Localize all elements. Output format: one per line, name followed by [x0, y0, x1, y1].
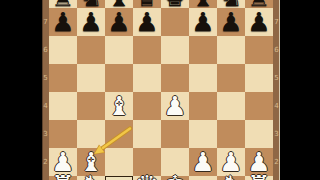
square-e6[interactable]	[161, 36, 189, 64]
square-b4[interactable]	[77, 92, 105, 120]
white-queen-d1[interactable]: ♛	[133, 171, 161, 180]
square-d6[interactable]	[133, 36, 161, 64]
square-e3[interactable]	[161, 120, 189, 148]
square-c2[interactable]	[105, 148, 133, 176]
square-f3[interactable]	[189, 120, 217, 148]
square-f7[interactable]: ♟	[189, 8, 217, 36]
rank-label-6: 6	[42, 36, 49, 64]
white-bishop-c4[interactable]: ♝	[105, 92, 133, 120]
square-h7[interactable]: ♟	[245, 8, 273, 36]
square-b3[interactable]	[77, 120, 105, 148]
square-c4[interactable]: ♝	[105, 92, 133, 120]
letterbox-left	[0, 0, 42, 180]
black-pawn-c7[interactable]: ♟	[105, 8, 133, 36]
rank-label-7: 7	[42, 8, 49, 36]
rank-label-4: 4	[42, 92, 49, 120]
square-h3[interactable]	[245, 120, 273, 148]
square-e5[interactable]	[161, 64, 189, 92]
rank-label-5: 5	[42, 64, 49, 92]
square-h4[interactable]	[245, 92, 273, 120]
square-d4[interactable]	[133, 92, 161, 120]
black-pawn-f7[interactable]: ♟	[189, 8, 217, 36]
square-e7[interactable]	[161, 8, 189, 36]
black-pawn-a7[interactable]: ♟	[49, 8, 77, 36]
square-d3[interactable]	[133, 120, 161, 148]
square-a5[interactable]	[49, 64, 77, 92]
square-f4[interactable]	[189, 92, 217, 120]
white-rook-h1[interactable]: ♜	[245, 171, 273, 180]
square-c7[interactable]: ♟	[105, 8, 133, 36]
square-c5[interactable]	[105, 64, 133, 92]
board-squares: ♜♞♝♛♚♝♞♜♟♟♟♟♟♟♟♝♟♟♝♟♟♟♜♞♛♚♞♜	[49, 0, 273, 180]
board-edge-line	[279, 0, 280, 180]
square-a6[interactable]	[49, 36, 77, 64]
board-border-left: 87654321	[42, 0, 49, 180]
rank-label-2: 2	[42, 148, 49, 176]
white-king-e1[interactable]: ♚	[161, 171, 189, 180]
white-knight-g1[interactable]: ♞	[217, 171, 245, 180]
square-d1[interactable]: ♛	[133, 176, 161, 180]
square-g1[interactable]: ♞	[217, 176, 245, 180]
square-f2[interactable]: ♟	[189, 148, 217, 176]
square-d5[interactable]	[133, 64, 161, 92]
square-b5[interactable]	[77, 64, 105, 92]
square-g3[interactable]	[217, 120, 245, 148]
black-pawn-h7[interactable]: ♟	[245, 8, 273, 36]
rank-label-1: 1	[42, 176, 49, 180]
square-g5[interactable]	[217, 64, 245, 92]
square-b7[interactable]: ♟	[77, 8, 105, 36]
video-frame: 87654321 87654321 ♜♞♝♛♚♝♞♜♟♟♟♟♟♟♟♝♟♟♝♟♟♟…	[0, 0, 320, 180]
black-pawn-d7[interactable]: ♟	[133, 8, 161, 36]
square-b6[interactable]	[77, 36, 105, 64]
square-a1[interactable]: ♜	[49, 176, 77, 180]
rank-label-3: 3	[42, 120, 49, 148]
square-h5[interactable]	[245, 64, 273, 92]
square-e8[interactable]: ♚	[161, 0, 189, 8]
white-rook-a1[interactable]: ♜	[49, 171, 77, 180]
square-c1[interactable]	[105, 176, 133, 180]
square-c3[interactable]	[105, 120, 133, 148]
white-knight-b1[interactable]: ♞	[77, 171, 105, 180]
black-king-e8[interactable]: ♚	[161, 0, 189, 11]
square-g7[interactable]: ♟	[217, 8, 245, 36]
square-a7[interactable]: ♟	[49, 8, 77, 36]
square-e1[interactable]: ♚	[161, 176, 189, 180]
square-e4[interactable]: ♟	[161, 92, 189, 120]
square-a3[interactable]	[49, 120, 77, 148]
square-h6[interactable]	[245, 36, 273, 64]
square-h1[interactable]: ♜	[245, 176, 273, 180]
square-b1[interactable]: ♞	[77, 176, 105, 180]
letterbox-right	[280, 0, 320, 180]
square-f5[interactable]	[189, 64, 217, 92]
square-a4[interactable]	[49, 92, 77, 120]
square-d7[interactable]: ♟	[133, 8, 161, 36]
black-pawn-b7[interactable]: ♟	[77, 8, 105, 36]
rank-label-8: 8	[42, 0, 49, 8]
white-pawn-e4[interactable]: ♟	[161, 92, 189, 120]
white-pawn-f2[interactable]: ♟	[189, 148, 217, 176]
black-pawn-g7[interactable]: ♟	[217, 8, 245, 36]
square-f6[interactable]	[189, 36, 217, 64]
square-g6[interactable]	[217, 36, 245, 64]
square-g4[interactable]	[217, 92, 245, 120]
square-c6[interactable]	[105, 36, 133, 64]
